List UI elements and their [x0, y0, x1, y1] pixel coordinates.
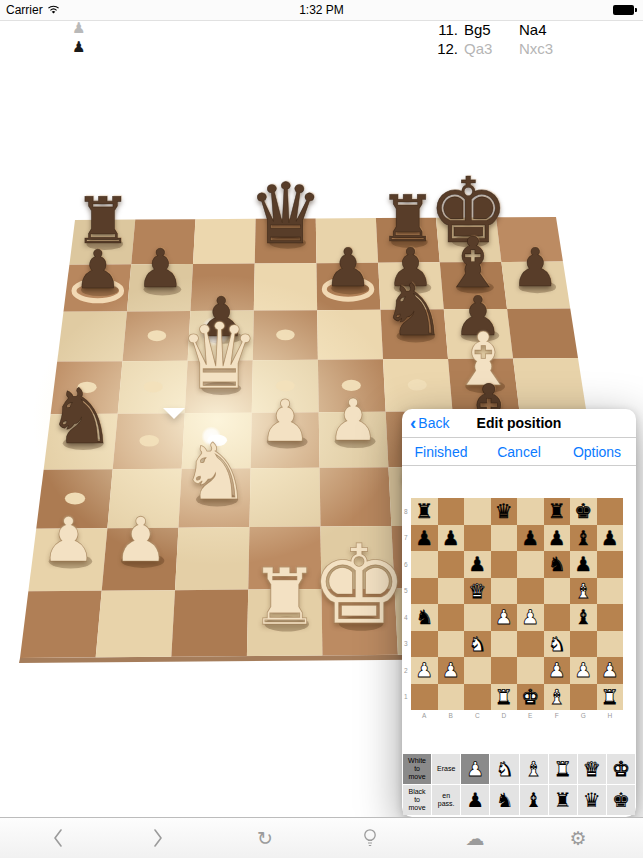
palette-white-pawn[interactable]: ♟ — [461, 754, 489, 784]
clock-time: 1:32 PM — [0, 3, 643, 17]
square-3d-c3 — [178, 468, 250, 527]
square-3d-b8 — [131, 219, 195, 264]
file-labels: ABCDEFGH — [411, 712, 623, 724]
edit-square-g6[interactable]: ♟ — [570, 551, 597, 578]
square-3d-e6 — [317, 310, 383, 360]
edit-square-e2[interactable] — [517, 657, 544, 684]
white-queen-3d-c5[interactable]: ♛ — [178, 312, 260, 403]
capture-indicators: ♟ ♟ — [72, 19, 85, 57]
palette-white-rook[interactable]: ♜ — [549, 754, 577, 784]
black-to-move-button[interactable]: Blacktomove — [403, 785, 431, 815]
square-3d-f7 — [378, 262, 444, 309]
black-pawn-3d-e7[interactable]: ♟ — [324, 243, 372, 296]
black-knight-3d-a4[interactable]: ♞ — [47, 379, 115, 455]
edit-square-h5[interactable] — [597, 578, 624, 605]
black-bishop: ♝ — [570, 525, 597, 552]
move-dot-e5 — [342, 380, 361, 391]
edit-square-g4[interactable]: ♝ — [570, 604, 597, 631]
edit-square-e7[interactable]: ♟ — [517, 525, 544, 552]
file-label: B — [438, 712, 465, 724]
black-move[interactable]: Na4 — [517, 20, 547, 39]
file-label: A — [411, 712, 438, 724]
black-pawn: ♟ — [517, 525, 544, 552]
black-pawn-3d-h7[interactable]: ♟ — [512, 241, 560, 294]
square-3d-g6 — [444, 309, 513, 359]
move-list[interactable]: 11. Bg5 Na4 12. Qa3 Nxc3 — [428, 20, 553, 58]
black-rook-3d-a8[interactable]: ♜ — [74, 189, 131, 253]
edit-square-e6[interactable] — [517, 551, 544, 578]
edit-square-g1[interactable] — [570, 684, 597, 711]
black-king-3d-g8[interactable]: ♚ — [428, 166, 509, 256]
edit-square-h2[interactable]: ♟ — [597, 657, 624, 684]
move-dot-c4 — [207, 435, 227, 447]
rank-label: 1 — [404, 684, 410, 711]
black-pawn-3d-c6[interactable]: ♟ — [197, 290, 246, 345]
black-pawn: ♟ — [570, 551, 597, 578]
edit-square-a8[interactable]: ♜ — [411, 498, 438, 525]
edit-square-b5[interactable] — [438, 578, 465, 605]
edit-square-f2[interactable]: ♟ — [544, 657, 571, 684]
square-3d-c6 — [188, 311, 254, 361]
edit-square-h4[interactable] — [597, 604, 624, 631]
edit-square-h3[interactable] — [597, 631, 624, 658]
rank-label: 6 — [404, 551, 410, 578]
white-knight: ♞ — [464, 631, 491, 658]
edit-square-d6[interactable] — [491, 551, 518, 578]
square-3d-d5 — [252, 360, 319, 413]
square-3d-e5 — [318, 359, 386, 412]
white-pawn: ♟ — [544, 657, 571, 684]
bottom-toolbar: ↻☁⚙ — [0, 817, 643, 858]
white-to-move-button[interactable]: Whitetomove — [403, 754, 431, 784]
move-dot-b4 — [139, 435, 159, 447]
edit-square-d5[interactable] — [491, 578, 518, 605]
black-bishop-3d-g7[interactable]: ♝ — [442, 228, 505, 298]
edit-square-g3[interactable] — [570, 631, 597, 658]
square-3d-b6 — [122, 311, 190, 361]
edit-square-c7[interactable] — [464, 525, 491, 552]
edit-square-d2[interactable] — [491, 657, 518, 684]
black-pawn-icon: ♟ — [466, 790, 484, 810]
palette-white-knight[interactable]: ♞ — [490, 754, 518, 784]
rank-label: 4 — [404, 604, 410, 631]
edit-square-b3[interactable] — [438, 631, 465, 658]
edit-square-c4[interactable] — [464, 604, 491, 631]
white-bishop-3d-g5[interactable]: ♝ — [450, 324, 516, 398]
square-3d-a4 — [44, 414, 118, 470]
edit-square-b8[interactable] — [438, 498, 465, 525]
square-3d-f8 — [376, 218, 440, 263]
edit-square-h6[interactable] — [597, 551, 624, 578]
black-king: ♚ — [570, 498, 597, 525]
edit-square-h8[interactable] — [597, 498, 624, 525]
settings-gear-icon[interactable]: ⚙ — [558, 818, 598, 858]
move-dot-d6 — [276, 329, 295, 340]
white-rook: ♜ — [597, 684, 624, 711]
file-label: F — [544, 712, 571, 724]
panel-actions: Finished Cancel Options — [402, 438, 636, 466]
cancel-button[interactable]: Cancel — [480, 444, 558, 460]
black-pawn-3d-a7[interactable]: ♟ — [74, 244, 122, 297]
edit-square-a7[interactable]: ♟ — [411, 525, 438, 552]
edit-square-b4[interactable] — [438, 604, 465, 631]
square-3d-h6 — [507, 308, 578, 358]
file-label: C — [464, 712, 491, 724]
edit-square-b6[interactable] — [438, 551, 465, 578]
edit-square-d4[interactable]: ♟ — [491, 604, 518, 631]
white-pawn-3d-d4[interactable]: ♟ — [259, 392, 311, 450]
rank-label: 3 — [404, 631, 410, 658]
square-3d-c5 — [185, 360, 253, 413]
square-3d-c1 — [171, 590, 248, 657]
square-3d-g7 — [440, 262, 507, 309]
palette-white-bishop[interactable]: ♝ — [520, 754, 548, 784]
en-pass-button[interactable]: enpass. — [432, 785, 460, 815]
square-3d-b2 — [102, 528, 179, 591]
edit-square-b1[interactable] — [438, 684, 465, 711]
file-label: G — [570, 712, 597, 724]
black-rook-icon: ♜ — [554, 790, 572, 810]
white-queen-icon: ♛ — [583, 759, 601, 779]
black-rook: ♜ — [411, 498, 438, 525]
palette-black-bishop[interactable]: ♝ — [520, 785, 548, 815]
edit-square-g2[interactable]: ♟ — [570, 657, 597, 684]
edit-square-e8[interactable] — [517, 498, 544, 525]
white-bishop: ♝ — [570, 578, 597, 605]
square-3d-a1 — [20, 591, 102, 658]
edit-square-b7[interactable]: ♟ — [438, 525, 465, 552]
edit-square-a2[interactable]: ♟ — [411, 657, 438, 684]
back-chevron-icon[interactable] — [38, 818, 78, 858]
white-knight: ♞ — [544, 631, 571, 658]
white-king: ♚ — [517, 684, 544, 711]
square-3d-a8 — [69, 220, 135, 265]
palette-white-king[interactable]: ♚ — [607, 754, 635, 784]
square-3d-f6 — [380, 309, 448, 359]
black-pawn-3d-f7[interactable]: ♟ — [387, 242, 435, 295]
move-row: 11. Bg5 Na4 — [428, 20, 553, 39]
status-bar: Carrier 1:32 PM — [0, 0, 643, 21]
file-label: E — [517, 712, 544, 724]
black-move[interactable]: Nxc3 — [517, 39, 553, 58]
white-king-icon: ♚ — [612, 759, 630, 779]
edit-square-f4[interactable] — [544, 604, 571, 631]
palette-white-queen[interactable]: ♛ — [578, 754, 606, 784]
square-3d-b4 — [113, 413, 185, 469]
square-3d-e3 — [320, 467, 392, 526]
palette-black-rook[interactable]: ♜ — [549, 785, 577, 815]
rank-label: 2 — [404, 657, 410, 684]
panel-title: Edit position — [402, 409, 636, 437]
edit-square-c1[interactable] — [464, 684, 491, 711]
square-3d-e4 — [319, 412, 389, 468]
move-dot-a5 — [77, 382, 96, 393]
black-pawn-icon: ♟ — [72, 38, 85, 57]
square-3d-c7 — [190, 264, 254, 311]
takeback-rotate-icon[interactable]: ↻ — [245, 818, 285, 858]
white-pawn: ♟ — [411, 657, 438, 684]
white-pawn-3d-b2[interactable]: ♟ — [113, 508, 168, 569]
file-label: H — [597, 712, 624, 724]
square-3d-f5 — [383, 359, 453, 412]
palette-black-king[interactable]: ♚ — [607, 785, 635, 815]
black-pawn: ♟ — [438, 525, 465, 552]
edit-square-a6[interactable] — [411, 551, 438, 578]
black-pawn: ♟ — [544, 525, 571, 552]
white-pawn: ♟ — [491, 604, 518, 631]
edit-square-a3[interactable] — [411, 631, 438, 658]
edit-square-f1[interactable]: ♝ — [544, 684, 571, 711]
square-3d-h8 — [496, 217, 563, 262]
white-pawn: ♟ — [438, 657, 465, 684]
black-queen-icon: ♛ — [583, 790, 601, 810]
white-bishop: ♝ — [544, 684, 571, 711]
palette-black-knight[interactable]: ♞ — [490, 785, 518, 815]
edit-square-d8[interactable]: ♛ — [491, 498, 518, 525]
edit-square-c5[interactable]: ♛ — [464, 578, 491, 605]
square-3d-a7 — [63, 264, 131, 312]
piece-palette: WhitetomoveErase♟♞♝♜♛♚Blacktomoveenpass.… — [403, 754, 635, 815]
white-pawn-icon: ♟ — [466, 759, 484, 779]
white-king-3d-e1[interactable]: ♚ — [310, 531, 409, 641]
square-3d-b1 — [96, 590, 175, 657]
edit-square-e4[interactable]: ♟ — [517, 604, 544, 631]
white-move[interactable]: Qa3 — [458, 39, 517, 58]
rank-label: 7 — [404, 525, 410, 552]
rank-label: 8 — [404, 498, 410, 525]
square-3d-e7 — [316, 263, 380, 310]
white-pawn-icon: ♟ — [72, 19, 85, 38]
move-dot-b6 — [148, 330, 167, 341]
rank-labels: 87654321 — [404, 498, 410, 710]
options-button[interactable]: Options — [558, 444, 636, 460]
hint-bulb-icon[interactable] — [350, 818, 390, 858]
popover-arrow — [163, 408, 185, 419]
edit-square-a4[interactable]: ♞ — [411, 604, 438, 631]
white-knight-icon: ♞ — [495, 759, 513, 779]
move-dot-d5 — [276, 380, 295, 391]
edit-square-c2[interactable] — [464, 657, 491, 684]
square-3d-h7 — [501, 262, 570, 309]
palette-black-pawn[interactable]: ♟ — [461, 785, 489, 815]
edit-position-panel: ‹ Back Edit position Finished Cancel Opt… — [402, 409, 636, 817]
black-pawn: ♟ — [411, 525, 438, 552]
white-rook-icon: ♜ — [554, 759, 572, 779]
black-pawn-3d-g6[interactable]: ♟ — [454, 289, 503, 344]
black-pawn-3d-b7[interactable]: ♟ — [137, 244, 185, 297]
black-bishop-icon: ♝ — [525, 790, 543, 810]
square-3d-d7 — [254, 263, 317, 310]
edit-square-b2[interactable]: ♟ — [438, 657, 465, 684]
black-queen: ♛ — [491, 498, 518, 525]
edit-square-g7[interactable]: ♝ — [570, 525, 597, 552]
erase-button[interactable]: Erase — [432, 754, 460, 784]
black-pawn: ♟ — [464, 551, 491, 578]
palette-black-queen[interactable]: ♛ — [578, 785, 606, 815]
edit-square-h1[interactable]: ♜ — [597, 684, 624, 711]
move-dot-b5 — [144, 381, 163, 392]
black-queen-3d-d8[interactable]: ♛ — [248, 172, 323, 256]
edit-square-c6[interactable]: ♟ — [464, 551, 491, 578]
edit-square-e1[interactable]: ♚ — [517, 684, 544, 711]
black-knight-icon: ♞ — [495, 790, 513, 810]
square-3d-c8 — [193, 219, 256, 264]
white-pawn: ♟ — [517, 604, 544, 631]
edit-square-h7[interactable]: ♟ — [597, 525, 624, 552]
square-3d-a6 — [57, 311, 127, 361]
edit-square-d3[interactable] — [491, 631, 518, 658]
finished-button[interactable]: Finished — [402, 444, 480, 460]
square-3d-d3 — [249, 468, 320, 527]
black-knight-3d-f6[interactable]: ♞ — [382, 275, 446, 347]
white-rook-3d-d1[interactable]: ♜ — [250, 558, 320, 636]
move-number: 12. — [428, 39, 458, 58]
forward-chevron-icon[interactable] — [138, 818, 178, 858]
file-label: D — [491, 712, 518, 724]
black-rook-3d-f8[interactable]: ♜ — [379, 188, 436, 252]
square-3d-c4 — [182, 413, 252, 469]
white-knight-3d-c3[interactable]: ♞ — [180, 433, 250, 511]
black-knight: ♞ — [544, 551, 571, 578]
black-king-icon: ♚ — [612, 790, 630, 810]
battery-icon — [613, 5, 637, 15]
edit-board-2d[interactable]: ♜♛♜♚♟♟♟♟♝♟♟♞♟♛♝♞♟♟♝♞♞♟♟♟♟♟♜♚♝♜ — [411, 498, 623, 710]
white-pawn-3d-e4[interactable]: ♟ — [327, 392, 379, 450]
square-3d-h5 — [513, 358, 586, 411]
edit-square-f3[interactable]: ♞ — [544, 631, 571, 658]
edit-square-d1[interactable]: ♜ — [491, 684, 518, 711]
move-number: 11. — [428, 20, 458, 39]
move-dot-a3 — [65, 493, 85, 505]
square-3d-g5 — [448, 358, 519, 411]
black-knight: ♞ — [411, 604, 438, 631]
square-3d-a5 — [51, 361, 123, 414]
square-3d-e1 — [321, 588, 397, 655]
edit-square-d7[interactable] — [491, 525, 518, 552]
white-bishop-icon: ♝ — [525, 759, 543, 779]
panel-navbar: ‹ Back Edit position — [402, 409, 636, 438]
edit-square-c8[interactable] — [464, 498, 491, 525]
square-3d-b3 — [107, 469, 181, 528]
square-3d-d1 — [247, 589, 323, 656]
edit-square-g5[interactable]: ♝ — [570, 578, 597, 605]
cloud-icon[interactable]: ☁ — [455, 818, 495, 858]
black-pawn: ♟ — [597, 525, 624, 552]
white-pawn: ♟ — [597, 657, 624, 684]
square-3d-d6 — [253, 310, 318, 360]
square-3d-a2 — [28, 528, 107, 591]
square-3d-d8 — [255, 218, 317, 263]
edit-square-e3[interactable] — [517, 631, 544, 658]
white-queen: ♛ — [464, 578, 491, 605]
square-3d-g8 — [436, 217, 501, 262]
square-3d-d4 — [251, 412, 320, 468]
rank-label: 5 — [404, 578, 410, 605]
square-3d-a3 — [36, 469, 112, 528]
black-rook: ♜ — [544, 498, 571, 525]
edit-square-a5[interactable] — [411, 578, 438, 605]
edit-square-f5[interactable] — [544, 578, 571, 605]
move-dot-f5 — [408, 379, 427, 390]
edit-square-g8[interactable]: ♚ — [570, 498, 597, 525]
move-row: 12. Qa3 Nxc3 — [428, 39, 553, 58]
edit-square-f7[interactable]: ♟ — [544, 525, 571, 552]
square-3d-b5 — [118, 361, 188, 414]
edit-square-f8[interactable]: ♜ — [544, 498, 571, 525]
edit-square-e5[interactable] — [517, 578, 544, 605]
square-3d-c2 — [175, 527, 249, 590]
square-3d-d2 — [248, 527, 321, 590]
white-pawn-3d-a2[interactable]: ♟ — [41, 509, 96, 570]
edit-square-c3[interactable]: ♞ — [464, 631, 491, 658]
square-3d-b7 — [127, 264, 193, 312]
square-3d-e8 — [316, 218, 378, 263]
white-pawn: ♟ — [570, 657, 597, 684]
white-move[interactable]: Bg5 — [458, 20, 517, 39]
edit-square-f6[interactable]: ♞ — [544, 551, 571, 578]
white-rook: ♜ — [491, 684, 518, 711]
edit-square-a1[interactable] — [411, 684, 438, 711]
square-3d-e2 — [320, 526, 394, 589]
black-bishop: ♝ — [570, 604, 597, 631]
